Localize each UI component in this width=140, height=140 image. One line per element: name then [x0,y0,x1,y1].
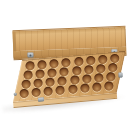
board-clasp-front-icon [38,97,44,102]
game-board [13,51,126,102]
pit-hollow [56,85,66,95]
pit-hollow [104,81,114,91]
board-hinge-right-icon [118,73,122,78]
pit-r4-c8[interactable] [102,81,116,91]
lid-clasp-left-icon [27,52,33,57]
pit-hollow [80,83,90,93]
pit-hollow [68,84,78,94]
pit-hollow [92,82,102,92]
pit-hollow [19,89,29,99]
pit-grid [17,53,122,98]
pit-hollow [31,88,41,98]
pit-hollow [43,86,53,96]
product-photo [0,0,140,140]
